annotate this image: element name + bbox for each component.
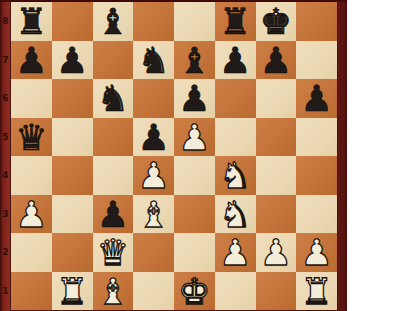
piece-white-pawn: ♟ (215, 233, 256, 272)
square-c8[interactable]: ♝ (93, 2, 134, 41)
square-d7[interactable]: ♞ (133, 41, 174, 80)
square-g1[interactable] (256, 272, 297, 311)
square-e3[interactable] (174, 195, 215, 234)
rank-label-3: 3 (0, 195, 11, 234)
rank-label-2: 2 (0, 233, 11, 272)
square-g4[interactable] (256, 156, 297, 195)
square-a3[interactable]: ♟ (11, 195, 52, 234)
chess-board: 8 7 6 5 4 3 2 1 ♜♝♜♚♟♟♞♝♟♟♞♟♟♛♟♟♟♞♟♟♝♞♛♟… (0, 0, 347, 311)
piece-white-knight: ♞ (215, 195, 256, 234)
square-e7[interactable]: ♝ (174, 41, 215, 80)
square-h2[interactable]: ♟ (296, 233, 337, 272)
square-f3[interactable]: ♞ (215, 195, 256, 234)
square-b8[interactable] (52, 2, 93, 41)
square-b6[interactable] (52, 79, 93, 118)
square-d6[interactable] (133, 79, 174, 118)
square-c2[interactable]: ♛ (93, 233, 134, 272)
square-b4[interactable] (52, 156, 93, 195)
square-a4[interactable] (11, 156, 52, 195)
piece-black-rook: ♜ (215, 2, 256, 41)
rank-label-7: 7 (0, 41, 11, 80)
square-d1[interactable] (133, 272, 174, 311)
piece-black-knight: ♞ (93, 79, 134, 118)
square-h3[interactable] (296, 195, 337, 234)
square-h6[interactable]: ♟ (296, 79, 337, 118)
square-e2[interactable] (174, 233, 215, 272)
square-g8[interactable]: ♚ (256, 2, 297, 41)
square-h7[interactable] (296, 41, 337, 80)
board-grid: ♜♝♜♚♟♟♞♝♟♟♞♟♟♛♟♟♟♞♟♟♝♞♛♟♟♟♜♝♚♜ (11, 2, 337, 310)
rank-labels: 8 7 6 5 4 3 2 1 (0, 2, 11, 310)
piece-black-pawn: ♟ (215, 41, 256, 80)
square-a7[interactable]: ♟ (11, 41, 52, 80)
square-a1[interactable] (11, 272, 52, 311)
square-f6[interactable] (215, 79, 256, 118)
piece-black-pawn: ♟ (133, 118, 174, 157)
square-h1[interactable]: ♜ (296, 272, 337, 311)
piece-white-bishop: ♝ (133, 195, 174, 234)
square-b3[interactable] (52, 195, 93, 234)
square-b1[interactable]: ♜ (52, 272, 93, 311)
piece-black-pawn: ♟ (52, 41, 93, 80)
square-d2[interactable] (133, 233, 174, 272)
square-e1[interactable]: ♚ (174, 272, 215, 311)
piece-black-pawn: ♟ (174, 79, 215, 118)
square-d8[interactable] (133, 2, 174, 41)
rank-label-6: 6 (0, 79, 11, 118)
piece-black-king: ♚ (256, 2, 297, 41)
square-b2[interactable] (52, 233, 93, 272)
square-f2[interactable]: ♟ (215, 233, 256, 272)
square-f1[interactable] (215, 272, 256, 311)
piece-white-pawn: ♟ (11, 195, 52, 234)
square-g6[interactable] (256, 79, 297, 118)
square-b5[interactable] (52, 118, 93, 157)
rank-label-8: 8 (0, 2, 11, 41)
piece-white-rook: ♜ (296, 272, 337, 311)
square-g2[interactable]: ♟ (256, 233, 297, 272)
square-g5[interactable] (256, 118, 297, 157)
square-c1[interactable]: ♝ (93, 272, 134, 311)
piece-white-pawn: ♟ (133, 156, 174, 195)
page: 8 7 6 5 4 3 2 1 ♜♝♜♚♟♟♞♝♟♟♞♟♟♛♟♟♟♞♟♟♝♞♛♟… (0, 0, 414, 311)
square-b7[interactable]: ♟ (52, 41, 93, 80)
square-g3[interactable] (256, 195, 297, 234)
square-c6[interactable]: ♞ (93, 79, 134, 118)
square-f4[interactable]: ♞ (215, 156, 256, 195)
piece-black-queen: ♛ (11, 118, 52, 157)
piece-white-bishop: ♝ (93, 272, 134, 311)
square-e5[interactable]: ♟ (174, 118, 215, 157)
piece-black-knight: ♞ (133, 41, 174, 80)
square-g7[interactable]: ♟ (256, 41, 297, 80)
square-a5[interactable]: ♛ (11, 118, 52, 157)
piece-black-bishop: ♝ (93, 2, 134, 41)
square-h5[interactable] (296, 118, 337, 157)
square-f8[interactable]: ♜ (215, 2, 256, 41)
square-d4[interactable]: ♟ (133, 156, 174, 195)
piece-black-pawn: ♟ (93, 195, 134, 234)
square-h4[interactable] (296, 156, 337, 195)
square-a8[interactable]: ♜ (11, 2, 52, 41)
piece-black-rook: ♜ (11, 2, 52, 41)
piece-white-knight: ♞ (215, 156, 256, 195)
square-c4[interactable] (93, 156, 134, 195)
square-a2[interactable] (11, 233, 52, 272)
square-c7[interactable] (93, 41, 134, 80)
piece-white-pawn: ♟ (296, 233, 337, 272)
piece-white-queen: ♛ (93, 233, 134, 272)
square-e4[interactable] (174, 156, 215, 195)
square-h8[interactable] (296, 2, 337, 41)
rank-label-5: 5 (0, 118, 11, 157)
piece-white-rook: ♜ (52, 272, 93, 311)
piece-black-pawn: ♟ (11, 41, 52, 80)
rank-label-4: 4 (0, 156, 11, 195)
square-c5[interactable] (93, 118, 134, 157)
piece-black-pawn: ♟ (296, 79, 337, 118)
square-f5[interactable] (215, 118, 256, 157)
piece-white-pawn: ♟ (256, 233, 297, 272)
piece-black-pawn: ♟ (256, 41, 297, 80)
square-e8[interactable] (174, 2, 215, 41)
square-e6[interactable]: ♟ (174, 79, 215, 118)
square-f7[interactable]: ♟ (215, 41, 256, 80)
rank-label-1: 1 (0, 272, 11, 311)
piece-white-pawn: ♟ (174, 118, 215, 157)
piece-black-bishop: ♝ (174, 41, 215, 80)
square-c3[interactable]: ♟ (93, 195, 134, 234)
right-margin (347, 0, 414, 311)
square-d3[interactable]: ♝ (133, 195, 174, 234)
square-a6[interactable] (11, 79, 52, 118)
square-d5[interactable]: ♟ (133, 118, 174, 157)
piece-white-king: ♚ (174, 272, 215, 311)
